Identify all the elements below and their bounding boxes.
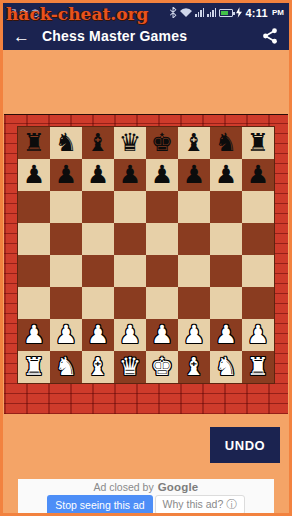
white-pawn: ♟ <box>87 320 109 350</box>
chess-board[interactable]: ♜♞♝♛♚♝♞♜♟♟♟♟♟♟♟♟♟♟♟♟♟♟♟♟♜♞♝♛♚♝♞♜ <box>17 126 275 384</box>
black-bishop: ♝ <box>183 128 205 158</box>
square-a2[interactable]: ♟ <box>18 319 50 351</box>
black-pawn: ♟ <box>23 160 45 190</box>
clock-meridiem: PM <box>272 8 284 17</box>
square-h6[interactable] <box>242 191 274 223</box>
square-c4[interactable] <box>82 255 114 287</box>
square-h3[interactable] <box>242 287 274 319</box>
square-a6[interactable] <box>18 191 50 223</box>
white-rook: ♜ <box>247 352 269 382</box>
square-h4[interactable] <box>242 255 274 287</box>
square-g2[interactable]: ♟ <box>210 319 242 351</box>
google-logo: Google <box>158 481 199 493</box>
square-e5[interactable] <box>146 223 178 255</box>
square-g1[interactable]: ♞ <box>210 351 242 383</box>
square-c2[interactable]: ♟ <box>82 319 114 351</box>
board-frame: ♜♞♝♛♚♝♞♜♟♟♟♟♟♟♟♟♟♟♟♟♟♟♟♟♜♞♝♛♚♝♞♜ <box>4 114 288 414</box>
square-e3[interactable] <box>146 287 178 319</box>
square-b4[interactable] <box>50 255 82 287</box>
white-pawn: ♟ <box>119 320 141 350</box>
status-bar: ✉ ⟳ ◷ 4:11 PM <box>3 3 289 22</box>
ad-closed-text: Ad closed by <box>94 481 154 493</box>
square-c5[interactable] <box>82 223 114 255</box>
square-h7[interactable]: ♟ <box>242 159 274 191</box>
ad-banner: Ad closed by Google Stop seeing this ad … <box>18 479 274 516</box>
square-e2[interactable]: ♟ <box>146 319 178 351</box>
white-pawn: ♟ <box>151 320 173 350</box>
square-b1[interactable]: ♞ <box>50 351 82 383</box>
ad-closed-line: Ad closed by Google <box>94 481 199 493</box>
square-a7[interactable]: ♟ <box>18 159 50 191</box>
refresh-icon: ⟳ <box>19 8 27 18</box>
square-f3[interactable] <box>178 287 210 319</box>
undo-button[interactable]: UNDO <box>210 427 280 463</box>
square-e7[interactable]: ♟ <box>146 159 178 191</box>
black-rook: ♜ <box>247 128 269 158</box>
square-f8[interactable]: ♝ <box>178 127 210 159</box>
square-d8[interactable]: ♛ <box>114 127 146 159</box>
white-pawn: ♟ <box>183 320 205 350</box>
white-knight: ♞ <box>55 352 77 382</box>
charging-icon <box>236 7 242 18</box>
message-icon: ✉ <box>8 8 16 18</box>
square-c7[interactable]: ♟ <box>82 159 114 191</box>
square-g5[interactable] <box>210 223 242 255</box>
square-f7[interactable]: ♟ <box>178 159 210 191</box>
black-pawn: ♟ <box>151 160 173 190</box>
app-screen: ✉ ⟳ ◷ 4:11 PM hack-cheat.org <box>0 0 292 516</box>
square-h2[interactable]: ♟ <box>242 319 274 351</box>
white-rook: ♜ <box>23 352 45 382</box>
black-pawn: ♟ <box>247 160 269 190</box>
info-icon: ⓘ <box>226 498 237 510</box>
square-b7[interactable]: ♟ <box>50 159 82 191</box>
share-icon[interactable] <box>261 27 279 45</box>
clock-time: 4:11 <box>245 7 268 19</box>
notification-icons: ✉ ⟳ ◷ <box>8 8 40 18</box>
square-f1[interactable]: ♝ <box>178 351 210 383</box>
white-queen: ♛ <box>119 352 141 382</box>
black-pawn: ♟ <box>55 160 77 190</box>
ad-buttons: Stop seeing this ad Why this ad? ⓘ <box>47 495 244 515</box>
black-rook: ♜ <box>23 128 45 158</box>
signal-icon <box>195 8 204 17</box>
white-knight: ♞ <box>215 352 237 382</box>
black-king: ♚ <box>151 128 173 158</box>
bluetooth-icon <box>169 7 177 18</box>
battery-icon <box>219 9 233 17</box>
square-d7[interactable]: ♟ <box>114 159 146 191</box>
back-button[interactable]: ← <box>13 28 30 45</box>
square-f4[interactable] <box>178 255 210 287</box>
status-indicators: 4:11 PM <box>169 7 284 19</box>
square-g6[interactable] <box>210 191 242 223</box>
square-a1[interactable]: ♜ <box>18 351 50 383</box>
page-title: Chess Master Games <box>42 28 249 44</box>
square-c1[interactable]: ♝ <box>82 351 114 383</box>
square-d1[interactable]: ♛ <box>114 351 146 383</box>
app-header: ← Chess Master Games <box>3 22 289 50</box>
square-d4[interactable] <box>114 255 146 287</box>
square-b5[interactable] <box>50 223 82 255</box>
square-b8[interactable]: ♞ <box>50 127 82 159</box>
white-bishop: ♝ <box>183 352 205 382</box>
square-b2[interactable]: ♟ <box>50 319 82 351</box>
square-d2[interactable]: ♟ <box>114 319 146 351</box>
black-pawn: ♟ <box>119 160 141 190</box>
square-c6[interactable] <box>82 191 114 223</box>
undo-row: UNDO <box>3 414 289 463</box>
white-pawn: ♟ <box>55 320 77 350</box>
wifi-icon <box>180 8 192 17</box>
black-knight: ♞ <box>215 128 237 158</box>
black-queen: ♛ <box>119 128 141 158</box>
square-e4[interactable] <box>146 255 178 287</box>
square-e1[interactable]: ♚ <box>146 351 178 383</box>
square-a3[interactable] <box>18 287 50 319</box>
square-h1[interactable]: ♜ <box>242 351 274 383</box>
square-f6[interactable] <box>178 191 210 223</box>
square-g3[interactable] <box>210 287 242 319</box>
square-g4[interactable] <box>210 255 242 287</box>
white-bishop: ♝ <box>87 352 109 382</box>
square-b6[interactable] <box>50 191 82 223</box>
square-d3[interactable] <box>114 287 146 319</box>
square-d6[interactable] <box>114 191 146 223</box>
black-pawn: ♟ <box>87 160 109 190</box>
why-this-ad-button[interactable]: Why this ad? ⓘ <box>155 495 245 515</box>
stop-seeing-ad-button[interactable]: Stop seeing this ad <box>47 495 152 515</box>
white-pawn: ♟ <box>215 320 237 350</box>
square-g7[interactable]: ♟ <box>210 159 242 191</box>
black-bishop: ♝ <box>87 128 109 158</box>
square-e6[interactable] <box>146 191 178 223</box>
square-c3[interactable] <box>82 287 114 319</box>
square-f2[interactable]: ♟ <box>178 319 210 351</box>
black-knight: ♞ <box>55 128 77 158</box>
white-pawn: ♟ <box>23 320 45 350</box>
black-pawn: ♟ <box>183 160 205 190</box>
square-a4[interactable] <box>18 255 50 287</box>
signal2-icon <box>207 8 216 17</box>
square-a5[interactable] <box>18 223 50 255</box>
why-this-ad-label: Why this ad? <box>163 498 224 510</box>
square-h5[interactable] <box>242 223 274 255</box>
clock-icon: ◷ <box>31 8 40 18</box>
square-d5[interactable] <box>114 223 146 255</box>
white-pawn: ♟ <box>247 320 269 350</box>
square-g8[interactable]: ♞ <box>210 127 242 159</box>
square-c8[interactable]: ♝ <box>82 127 114 159</box>
white-king: ♚ <box>151 352 173 382</box>
square-h8[interactable]: ♜ <box>242 127 274 159</box>
black-pawn: ♟ <box>215 160 237 190</box>
square-e8[interactable]: ♚ <box>146 127 178 159</box>
square-f5[interactable] <box>178 223 210 255</box>
square-a8[interactable]: ♜ <box>18 127 50 159</box>
square-b3[interactable] <box>50 287 82 319</box>
